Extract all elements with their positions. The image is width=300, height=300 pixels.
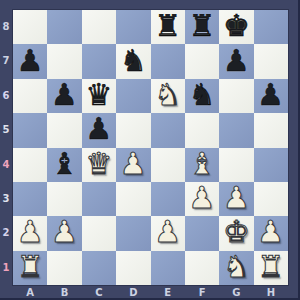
file-label-d: D: [116, 286, 150, 300]
square-e6[interactable]: ♞: [151, 79, 185, 113]
piece-black-knight[interactable]: ♞: [120, 46, 147, 76]
square-a3[interactable]: [13, 182, 47, 216]
square-e8[interactable]: ♜: [151, 10, 185, 44]
square-h4[interactable]: [254, 148, 288, 182]
square-c2[interactable]: [82, 216, 116, 250]
piece-black-bishop[interactable]: ♝: [51, 149, 78, 179]
square-f6[interactable]: ♞: [185, 79, 219, 113]
piece-black-pawn[interactable]: ♟: [257, 80, 284, 110]
square-b8[interactable]: [47, 10, 81, 44]
piece-black-pawn[interactable]: ♟: [223, 46, 250, 76]
piece-black-pawn[interactable]: ♟: [85, 114, 112, 144]
square-b6[interactable]: ♟: [47, 79, 81, 113]
square-e4[interactable]: [151, 148, 185, 182]
square-h5[interactable]: [254, 113, 288, 147]
square-e2[interactable]: ♟: [151, 216, 185, 250]
rank-label-7: 7: [0, 44, 12, 78]
rank-label-1: 1: [0, 251, 12, 285]
piece-black-rook[interactable]: ♜: [189, 11, 216, 41]
square-a7[interactable]: ♟: [13, 44, 47, 78]
square-f4[interactable]: ♝: [185, 148, 219, 182]
piece-white-pawn[interactable]: ♟: [17, 217, 44, 247]
file-label-e: E: [151, 286, 185, 300]
square-f7[interactable]: [185, 44, 219, 78]
square-c7[interactable]: [82, 44, 116, 78]
square-e5[interactable]: [151, 113, 185, 147]
rank-label-2: 2: [0, 216, 12, 250]
square-b7[interactable]: [47, 44, 81, 78]
square-h3[interactable]: [254, 182, 288, 216]
piece-white-pawn[interactable]: ♟: [120, 149, 147, 179]
square-h6[interactable]: ♟: [254, 79, 288, 113]
piece-black-pawn[interactable]: ♟: [17, 46, 44, 76]
rank-label-3: 3: [0, 182, 12, 216]
square-c3[interactable]: [82, 182, 116, 216]
square-g1[interactable]: ♞: [219, 251, 253, 285]
piece-black-rook[interactable]: ♜: [154, 11, 181, 41]
square-h7[interactable]: [254, 44, 288, 78]
square-g6[interactable]: [219, 79, 253, 113]
rank-label-5: 5: [0, 113, 12, 147]
piece-white-knight[interactable]: ♞: [154, 80, 181, 110]
square-e1[interactable]: [151, 251, 185, 285]
square-g7[interactable]: ♟: [219, 44, 253, 78]
square-d1[interactable]: [116, 251, 150, 285]
square-d3[interactable]: [116, 182, 150, 216]
piece-white-pawn[interactable]: ♟: [223, 183, 250, 213]
square-b4[interactable]: ♝: [47, 148, 81, 182]
piece-white-queen[interactable]: ♛: [85, 149, 112, 179]
piece-black-king[interactable]: ♚: [223, 11, 250, 41]
piece-white-pawn[interactable]: ♟: [154, 217, 181, 247]
square-b5[interactable]: [47, 113, 81, 147]
square-b1[interactable]: [47, 251, 81, 285]
rank-label-4: 4: [0, 148, 12, 182]
square-e3[interactable]: [151, 182, 185, 216]
square-g4[interactable]: [219, 148, 253, 182]
chess-board: ♜♜♚♟♞♟♟♛♞♞♟♟♝♛♟♝♟♟♟♟♟♚♟♜♞♜: [13, 10, 288, 285]
square-d6[interactable]: [116, 79, 150, 113]
square-d7[interactable]: ♞: [116, 44, 150, 78]
piece-white-pawn[interactable]: ♟: [189, 183, 216, 213]
piece-black-pawn[interactable]: ♟: [51, 80, 78, 110]
piece-black-queen[interactable]: ♛: [85, 80, 112, 110]
square-h1[interactable]: ♜: [254, 251, 288, 285]
square-g2[interactable]: ♚: [219, 216, 253, 250]
rank-label-6: 6: [0, 79, 12, 113]
square-f3[interactable]: ♟: [185, 182, 219, 216]
square-f5[interactable]: [185, 113, 219, 147]
square-c6[interactable]: ♛: [82, 79, 116, 113]
piece-white-knight[interactable]: ♞: [223, 252, 250, 282]
piece-white-bishop[interactable]: ♝: [189, 149, 216, 179]
square-b3[interactable]: [47, 182, 81, 216]
square-h8[interactable]: [254, 10, 288, 44]
square-a5[interactable]: [13, 113, 47, 147]
file-label-c: C: [82, 286, 116, 300]
square-d8[interactable]: [116, 10, 150, 44]
square-g3[interactable]: ♟: [219, 182, 253, 216]
square-b2[interactable]: ♟: [47, 216, 81, 250]
file-label-g: G: [219, 286, 253, 300]
piece-white-pawn[interactable]: ♟: [257, 217, 284, 247]
square-f8[interactable]: ♜: [185, 10, 219, 44]
square-d2[interactable]: [116, 216, 150, 250]
square-g5[interactable]: [219, 113, 253, 147]
square-f1[interactable]: [185, 251, 219, 285]
square-c1[interactable]: [82, 251, 116, 285]
square-c8[interactable]: [82, 10, 116, 44]
file-label-b: B: [47, 286, 81, 300]
rank-label-8: 8: [0, 10, 12, 44]
square-d4[interactable]: ♟: [116, 148, 150, 182]
piece-white-rook[interactable]: ♜: [257, 252, 284, 282]
piece-white-rook[interactable]: ♜: [17, 252, 44, 282]
square-g8[interactable]: ♚: [219, 10, 253, 44]
square-a8[interactable]: [13, 10, 47, 44]
square-f2[interactable]: [185, 216, 219, 250]
square-c4[interactable]: ♛: [82, 148, 116, 182]
piece-white-pawn[interactable]: ♟: [51, 217, 78, 247]
square-a4[interactable]: [13, 148, 47, 182]
file-label-a: A: [13, 286, 47, 300]
square-a1[interactable]: ♜: [13, 251, 47, 285]
square-a6[interactable]: [13, 79, 47, 113]
piece-white-king[interactable]: ♚: [223, 217, 250, 247]
chessboard-frame: ♜♜♚♟♞♟♟♛♞♞♟♟♝♛♟♝♟♟♟♟♟♚♟♜♞♜ 87654321 ABCD…: [0, 0, 300, 300]
piece-black-knight[interactable]: ♞: [189, 80, 216, 110]
square-h2[interactable]: ♟: [254, 216, 288, 250]
file-label-f: F: [185, 286, 219, 300]
square-e7[interactable]: [151, 44, 185, 78]
square-c5[interactable]: ♟: [82, 113, 116, 147]
file-label-h: H: [254, 286, 288, 300]
square-a2[interactable]: ♟: [13, 216, 47, 250]
square-d5[interactable]: [116, 113, 150, 147]
